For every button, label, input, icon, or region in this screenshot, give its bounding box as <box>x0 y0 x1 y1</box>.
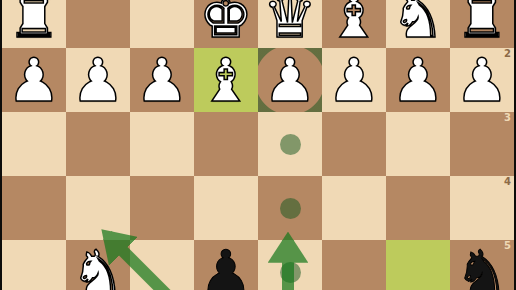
white-bishop[interactable]: ♝ <box>194 48 258 112</box>
square-a3[interactable]: 3 <box>450 112 514 176</box>
white-pawn[interactable]: ♟ <box>258 48 322 112</box>
square-c2[interactable]: ♟ <box>322 48 386 112</box>
black-pawn[interactable]: ♟ <box>194 240 258 290</box>
square-f1[interactable] <box>130 0 194 48</box>
square-a1[interactable]: ♜ <box>450 0 514 48</box>
square-e5[interactable]: ♟ <box>194 240 258 290</box>
rank-coordinate: 5 <box>504 241 511 251</box>
square-g3[interactable] <box>66 112 130 176</box>
white-knight[interactable]: ♞ <box>66 240 130 290</box>
square-d1[interactable]: ♛ <box>258 0 322 48</box>
square-d5[interactable] <box>258 240 322 290</box>
white-rook[interactable]: ♜ <box>450 0 514 48</box>
white-rook[interactable]: ♜ <box>2 0 66 48</box>
square-d4[interactable] <box>258 176 322 240</box>
white-pawn[interactable]: ♟ <box>130 48 194 112</box>
square-c1[interactable]: ♝ <box>322 0 386 48</box>
white-pawn[interactable]: ♟ <box>322 48 386 112</box>
white-queen[interactable]: ♛ <box>258 0 322 48</box>
square-d3[interactable] <box>258 112 322 176</box>
rank-coordinate: 4 <box>504 177 511 187</box>
rank-coordinate: 2 <box>504 49 511 59</box>
square-g2[interactable]: ♟ <box>66 48 130 112</box>
square-f5[interactable] <box>130 240 194 290</box>
white-pawn[interactable]: ♟ <box>386 48 450 112</box>
square-b5[interactable] <box>386 240 450 290</box>
square-f2[interactable]: ♟ <box>130 48 194 112</box>
square-g1[interactable] <box>66 0 130 48</box>
white-bishop[interactable]: ♝ <box>322 0 386 48</box>
white-knight[interactable]: ♞ <box>386 0 450 48</box>
square-a5[interactable]: ♞5 <box>450 240 514 290</box>
square-g4[interactable] <box>66 176 130 240</box>
square-b1[interactable]: ♞ <box>386 0 450 48</box>
square-e4[interactable] <box>194 176 258 240</box>
square-h5[interactable] <box>2 240 66 290</box>
square-b3[interactable] <box>386 112 450 176</box>
square-b4[interactable] <box>386 176 450 240</box>
move-dest-dot[interactable] <box>280 262 301 283</box>
square-g5[interactable]: ♞ <box>66 240 130 290</box>
square-c5[interactable] <box>322 240 386 290</box>
square-h2[interactable]: ♟ <box>2 48 66 112</box>
square-a2[interactable]: ♟2 <box>450 48 514 112</box>
square-c3[interactable] <box>322 112 386 176</box>
square-b2[interactable]: ♟ <box>386 48 450 112</box>
square-e1[interactable]: ♚ <box>194 0 258 48</box>
square-h3[interactable] <box>2 112 66 176</box>
move-dest-dot[interactable] <box>280 134 301 155</box>
move-dest-dot[interactable] <box>280 198 301 219</box>
square-a4[interactable]: 4 <box>450 176 514 240</box>
square-c4[interactable] <box>322 176 386 240</box>
white-king[interactable]: ♚ <box>194 0 258 48</box>
square-d2[interactable]: ♟ <box>258 48 322 112</box>
square-f3[interactable] <box>130 112 194 176</box>
white-pawn[interactable]: ♟ <box>2 48 66 112</box>
square-h1[interactable]: ♜ <box>2 0 66 48</box>
square-f4[interactable] <box>130 176 194 240</box>
board-viewport: ♜♚♛♝♞♜♟♟♟♝♟♟♟♟234♞♟♞5♞♟♟♟♟♟♜♝♚♛♝♜ <box>0 0 516 290</box>
square-h4[interactable] <box>2 176 66 240</box>
square-e3[interactable] <box>194 112 258 176</box>
rank-coordinate: 3 <box>504 113 511 123</box>
square-e2[interactable]: ♝ <box>194 48 258 112</box>
white-pawn[interactable]: ♟ <box>66 48 130 112</box>
chess-board[interactable]: ♜♚♛♝♞♜♟♟♟♝♟♟♟♟234♞♟♞5♞♟♟♟♟♟♜♝♚♛♝♜ <box>2 0 514 290</box>
